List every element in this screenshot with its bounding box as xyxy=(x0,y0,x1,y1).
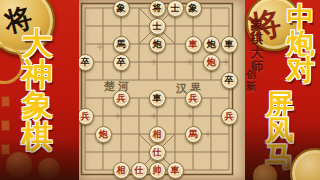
piece-red-兵[interactable]: 兵 xyxy=(77,108,94,125)
piece-black-馬[interactable]: 馬 xyxy=(113,36,130,53)
piece-red-兵[interactable]: 兵 xyxy=(185,90,202,107)
piece-black-車[interactable]: 車 xyxy=(149,90,166,107)
piece-grid: 象将士象士馬炮車炮車卒卒炮卒兵車兵兵兵炮相馬仕相仕帅車 xyxy=(76,0,238,179)
piece-black-卒[interactable]: 卒 xyxy=(77,54,94,71)
title-char: 对 xyxy=(287,57,315,83)
right-title-panel: 将 象棋大师 创新 中炮对 屏风马 xyxy=(245,0,320,180)
piece-red-兵[interactable]: 兵 xyxy=(113,90,130,107)
title-char: 大 xyxy=(22,28,53,59)
title-char: 大 xyxy=(251,46,264,60)
piece-black-炮[interactable]: 炮 xyxy=(149,36,166,53)
piece-black-象[interactable]: 象 xyxy=(185,0,202,17)
piece-black-将[interactable]: 将 xyxy=(149,0,166,17)
piece-red-相[interactable]: 相 xyxy=(149,126,166,143)
note-chuangxin: 创新 xyxy=(245,69,257,92)
title-char: 象 xyxy=(22,90,53,121)
piece-black-卒[interactable]: 卒 xyxy=(221,72,238,89)
title-char: 棋 xyxy=(251,32,264,46)
piece-red-帅[interactable]: 帅 xyxy=(149,162,166,179)
right-title-top: 中炮对 xyxy=(285,5,316,83)
piece-red-炮[interactable]: 炮 xyxy=(95,126,112,143)
left-title: 大神象棋 xyxy=(19,28,55,152)
title-char: 象 xyxy=(251,18,264,32)
piece-black-車[interactable]: 車 xyxy=(221,36,238,53)
thumbnail-stage: 楚河 汉界 象将士象士馬炮車炮車卒卒炮卒兵車兵兵兵炮相馬仕相仕帅車 将 大神象棋… xyxy=(0,0,320,180)
left-title-panel: 将 大神象棋 xyxy=(0,0,79,180)
piece-red-馬[interactable]: 馬 xyxy=(185,126,202,143)
xiangqi-board: 楚河 汉界 象将士象士馬炮車炮車卒卒炮卒兵車兵兵兵炮相馬仕相仕帅車 xyxy=(79,0,245,180)
title-char: 新 xyxy=(246,81,257,93)
title-char: 神 xyxy=(22,59,53,90)
panel-shade xyxy=(0,138,79,180)
piece-red-炮[interactable]: 炮 xyxy=(203,54,220,71)
piece-red-仕[interactable]: 仕 xyxy=(131,162,148,179)
piece-red-仕[interactable]: 仕 xyxy=(149,144,166,161)
piece-black-士[interactable]: 士 xyxy=(167,0,184,17)
piece-red-相[interactable]: 相 xyxy=(113,162,130,179)
piece-black-卒[interactable]: 卒 xyxy=(113,54,130,71)
decor-edge-square xyxy=(1,96,10,107)
subtitle-xiangqi-dashi: 象棋大师 xyxy=(250,18,264,74)
decor-edge-square xyxy=(1,120,10,131)
piece-black-炮[interactable]: 炮 xyxy=(203,36,220,53)
piece-red-車[interactable]: 車 xyxy=(185,36,202,53)
piece-black-士[interactable]: 士 xyxy=(149,18,166,35)
piece-black-象[interactable]: 象 xyxy=(113,0,130,17)
piece-red-車[interactable]: 車 xyxy=(167,162,184,179)
title-char: 创 xyxy=(246,69,257,81)
piece-red-兵[interactable]: 兵 xyxy=(221,108,238,125)
